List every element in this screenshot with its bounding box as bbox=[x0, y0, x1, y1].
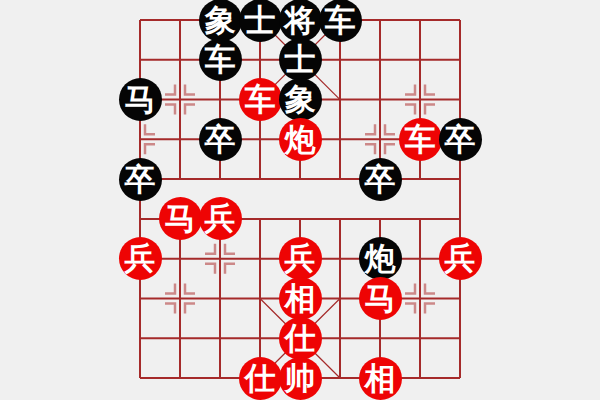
piece-black-pawn[interactable]: 卒 bbox=[119, 158, 162, 201]
piece-black-cannon[interactable]: 炮 bbox=[359, 237, 402, 280]
piece-black-horse[interactable]: 马 bbox=[119, 78, 162, 121]
piece-black-pawn[interactable]: 卒 bbox=[199, 118, 242, 161]
piece-black-chariot[interactable]: 车 bbox=[319, 0, 362, 42]
piece-black-advisor[interactable]: 士 bbox=[239, 0, 282, 42]
piece-black-general[interactable]: 将 bbox=[279, 0, 322, 42]
piece-red-elephant[interactable]: 相 bbox=[359, 357, 402, 400]
piece-black-advisor[interactable]: 士 bbox=[279, 38, 322, 81]
piece-red-pawn[interactable]: 兵 bbox=[279, 237, 322, 280]
piece-black-elephant[interactable]: 象 bbox=[199, 0, 242, 42]
piece-black-pawn[interactable]: 卒 bbox=[439, 118, 482, 161]
piece-red-advisor[interactable]: 仕 bbox=[239, 357, 282, 400]
piece-red-horse[interactable]: 马 bbox=[359, 277, 402, 320]
piece-red-cannon[interactable]: 炮 bbox=[279, 118, 322, 161]
piece-black-chariot[interactable]: 车 bbox=[199, 38, 242, 81]
piece-red-pawn[interactable]: 兵 bbox=[439, 237, 482, 280]
piece-red-horse[interactable]: 马 bbox=[159, 197, 202, 240]
piece-red-chariot[interactable]: 车 bbox=[239, 78, 282, 121]
piece-red-advisor[interactable]: 仕 bbox=[279, 317, 322, 360]
piece-red-general[interactable]: 帅 bbox=[279, 357, 322, 400]
piece-black-pawn[interactable]: 卒 bbox=[359, 158, 402, 201]
piece-red-chariot[interactable]: 车 bbox=[399, 118, 442, 161]
piece-red-elephant[interactable]: 相 bbox=[279, 277, 322, 320]
piece-red-pawn[interactable]: 兵 bbox=[119, 237, 162, 280]
xiangqi-board-stage: 象士将车车士马车象卒炮车卒卒卒马兵兵兵炮兵相马仕仕帅相 bbox=[0, 0, 600, 400]
piece-red-pawn[interactable]: 兵 bbox=[199, 197, 242, 240]
piece-black-elephant[interactable]: 象 bbox=[279, 78, 322, 121]
